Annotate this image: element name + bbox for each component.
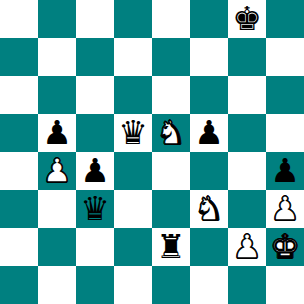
black-rook-piece[interactable]: ♜: [156, 228, 186, 266]
square-h5[interactable]: [266, 114, 304, 152]
square-h4[interactable]: ♟: [266, 152, 304, 190]
white-knight-piece[interactable]: ♞: [194, 190, 224, 228]
black-pawn-piece[interactable]: ♟: [80, 152, 110, 190]
square-c8[interactable]: [76, 0, 114, 38]
square-g7[interactable]: [228, 38, 266, 76]
square-b3[interactable]: [38, 190, 76, 228]
white-pawn-piece[interactable]: ♟: [42, 152, 72, 190]
square-h3[interactable]: ♟: [266, 190, 304, 228]
square-c3[interactable]: ♛: [76, 190, 114, 228]
square-e4[interactable]: [152, 152, 190, 190]
square-a1[interactable]: [0, 266, 38, 304]
black-queen-piece[interactable]: ♛: [80, 190, 110, 228]
black-king-piece[interactable]: ♚: [232, 0, 262, 38]
black-queen-piece[interactable]: ♛: [118, 114, 148, 152]
square-f1[interactable]: [190, 266, 228, 304]
square-b1[interactable]: [38, 266, 76, 304]
white-pawn-piece[interactable]: ♟: [232, 228, 262, 266]
square-a6[interactable]: [0, 76, 38, 114]
square-b8[interactable]: [38, 0, 76, 38]
square-d2[interactable]: [114, 228, 152, 266]
square-d3[interactable]: [114, 190, 152, 228]
square-h6[interactable]: [266, 76, 304, 114]
square-f6[interactable]: [190, 76, 228, 114]
black-pawn-piece[interactable]: ♟: [270, 152, 300, 190]
square-a4[interactable]: [0, 152, 38, 190]
square-c6[interactable]: [76, 76, 114, 114]
square-g1[interactable]: [228, 266, 266, 304]
square-h2[interactable]: ♚: [266, 228, 304, 266]
white-king-piece[interactable]: ♚: [270, 228, 300, 266]
square-d4[interactable]: [114, 152, 152, 190]
square-a8[interactable]: [0, 0, 38, 38]
square-f3[interactable]: ♞: [190, 190, 228, 228]
square-d1[interactable]: [114, 266, 152, 304]
square-g8[interactable]: ♚: [228, 0, 266, 38]
square-b2[interactable]: [38, 228, 76, 266]
square-g2[interactable]: ♟: [228, 228, 266, 266]
square-f4[interactable]: [190, 152, 228, 190]
square-d6[interactable]: [114, 76, 152, 114]
square-c1[interactable]: [76, 266, 114, 304]
square-e2[interactable]: ♜: [152, 228, 190, 266]
square-c5[interactable]: [76, 114, 114, 152]
square-a7[interactable]: [0, 38, 38, 76]
square-f7[interactable]: [190, 38, 228, 76]
white-pawn-piece[interactable]: ♟: [270, 190, 300, 228]
white-knight-piece[interactable]: ♞: [156, 114, 186, 152]
square-f8[interactable]: [190, 0, 228, 38]
square-h1[interactable]: [266, 266, 304, 304]
square-c7[interactable]: [76, 38, 114, 76]
square-b6[interactable]: [38, 76, 76, 114]
square-e7[interactable]: [152, 38, 190, 76]
square-c2[interactable]: [76, 228, 114, 266]
square-e8[interactable]: [152, 0, 190, 38]
square-e5[interactable]: ♞: [152, 114, 190, 152]
square-g3[interactable]: [228, 190, 266, 228]
square-a2[interactable]: [0, 228, 38, 266]
square-b4[interactable]: ♟: [38, 152, 76, 190]
square-h7[interactable]: [266, 38, 304, 76]
square-a5[interactable]: [0, 114, 38, 152]
square-e1[interactable]: [152, 266, 190, 304]
square-f5[interactable]: ♟: [190, 114, 228, 152]
square-e3[interactable]: [152, 190, 190, 228]
square-g5[interactable]: [228, 114, 266, 152]
square-d8[interactable]: [114, 0, 152, 38]
square-f2[interactable]: [190, 228, 228, 266]
square-d7[interactable]: [114, 38, 152, 76]
square-h8[interactable]: [266, 0, 304, 38]
square-g4[interactable]: [228, 152, 266, 190]
chess-board: ♚♟♛♞♟♟♟♟♛♞♟♜♟♚: [0, 0, 304, 304]
black-pawn-piece[interactable]: ♟: [42, 114, 72, 152]
square-g6[interactable]: [228, 76, 266, 114]
square-d5[interactable]: ♛: [114, 114, 152, 152]
square-b7[interactable]: [38, 38, 76, 76]
square-a3[interactable]: [0, 190, 38, 228]
black-pawn-piece[interactable]: ♟: [194, 114, 224, 152]
square-b5[interactable]: ♟: [38, 114, 76, 152]
square-e6[interactable]: [152, 76, 190, 114]
square-c4[interactable]: ♟: [76, 152, 114, 190]
